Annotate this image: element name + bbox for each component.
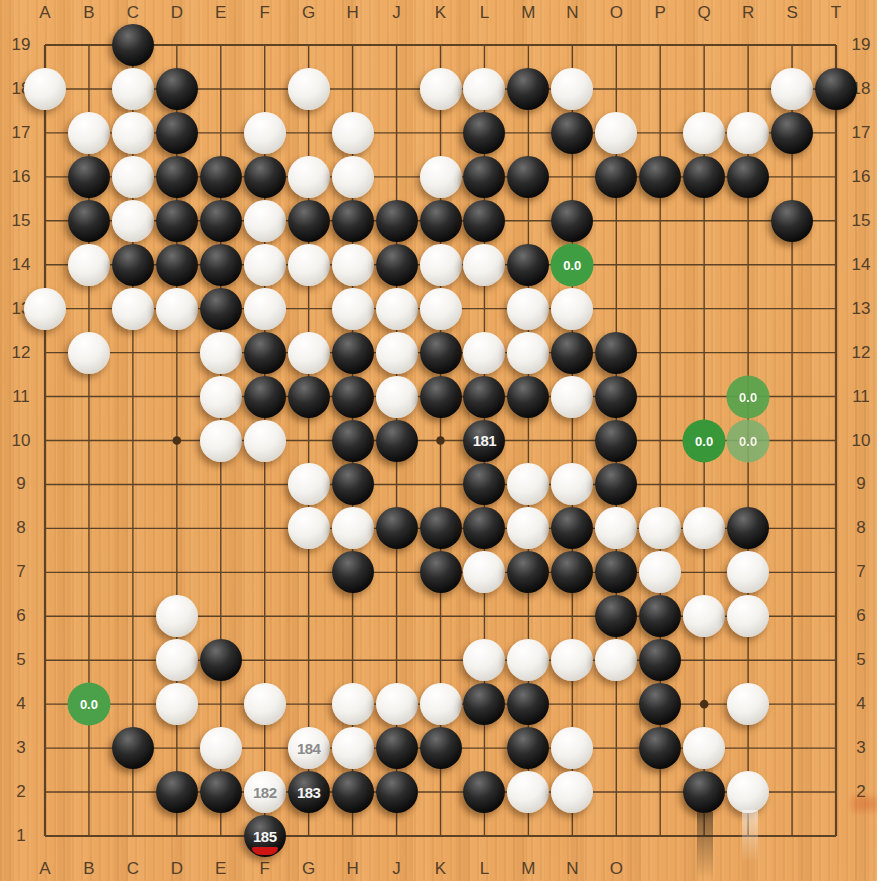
black-stone: [507, 376, 549, 418]
black-stone: [463, 771, 505, 813]
white-stone: [727, 595, 769, 637]
white-stone: [463, 551, 505, 593]
black-stone: [683, 156, 725, 198]
col-label-top: O: [610, 3, 623, 23]
row-label-right: 11: [852, 387, 870, 407]
move-number-label: 183: [297, 785, 321, 800]
col-label-top: S: [786, 3, 797, 23]
suggested-move-marker[interactable]: 0.0: [727, 419, 770, 462]
black-stone: [200, 200, 242, 242]
black-stone: [200, 244, 242, 286]
black-stone: [288, 376, 330, 418]
col-label-bottom: O: [610, 859, 623, 879]
row-label-left: 4: [16, 694, 25, 714]
row-label-right: 4: [856, 694, 865, 714]
white-stone: [200, 420, 242, 462]
black-stone: [156, 771, 198, 813]
white-stone: [507, 332, 549, 374]
move-number-label: 184: [297, 741, 321, 756]
black-stone: [595, 595, 637, 637]
white-stone: [112, 156, 154, 198]
black-stone: [507, 727, 549, 769]
black-stone: [288, 200, 330, 242]
row-label-left: 16: [12, 167, 31, 187]
black-stone: [507, 683, 549, 725]
row-label-left: 11: [12, 387, 30, 407]
white-stone: [156, 683, 198, 725]
move-181-stone: 181: [463, 420, 505, 462]
black-stone: [507, 551, 549, 593]
black-stone: [376, 507, 418, 549]
row-label-left: 14: [12, 255, 31, 275]
col-label-bottom: B: [83, 859, 94, 879]
black-stone: [200, 639, 242, 681]
black-stone: [332, 551, 374, 593]
col-label-bottom: J: [392, 859, 401, 879]
black-stone: [551, 332, 593, 374]
white-stone: [595, 507, 637, 549]
white-stone: [24, 68, 66, 110]
black-stone: [507, 244, 549, 286]
white-stone: [112, 112, 154, 154]
black-stone: [332, 332, 374, 374]
white-stone: [376, 376, 418, 418]
move-number-label: 185: [253, 829, 277, 844]
black-stone: [156, 112, 198, 154]
black-stone: [376, 244, 418, 286]
white-stone: [244, 200, 286, 242]
white-stone: [68, 244, 110, 286]
white-stone: [332, 156, 374, 198]
white-stone: [551, 771, 593, 813]
white-stone: [639, 507, 681, 549]
col-label-top: D: [171, 3, 183, 23]
black-stone: [156, 68, 198, 110]
white-stone: [551, 288, 593, 330]
black-stone: [376, 420, 418, 462]
row-label-left: 15: [12, 211, 31, 231]
white-stone: [244, 288, 286, 330]
black-stone: [771, 200, 813, 242]
row-label-left: 3: [16, 738, 25, 758]
white-stone: [288, 463, 330, 505]
row-label-left: 10: [12, 431, 31, 451]
black-stone: [595, 551, 637, 593]
white-stone: [595, 112, 637, 154]
col-label-bottom: G: [302, 859, 315, 879]
white-stone: [683, 595, 725, 637]
white-stone: [288, 244, 330, 286]
white-stone: [683, 727, 725, 769]
row-label-right: 14: [852, 255, 871, 275]
black-stone: [463, 112, 505, 154]
white-stone: [420, 156, 462, 198]
black-stone: [420, 727, 462, 769]
black-stone: [332, 771, 374, 813]
white-stone: [727, 551, 769, 593]
black-stone: [112, 727, 154, 769]
last-move-red-marker: [252, 847, 278, 855]
row-label-right: 10: [852, 431, 871, 451]
black-stone: [551, 200, 593, 242]
col-label-top: G: [302, 3, 315, 23]
white-stone: [551, 376, 593, 418]
white-stone: [420, 288, 462, 330]
col-label-top: L: [480, 3, 489, 23]
col-label-bottom: E: [215, 859, 226, 879]
white-stone: [288, 156, 330, 198]
move-number-label: 181: [473, 433, 497, 448]
white-stone: [112, 200, 154, 242]
white-stone: [507, 507, 549, 549]
white-stone: [288, 507, 330, 549]
white-stone: [639, 551, 681, 593]
row-label-left: 9: [16, 474, 25, 494]
white-stone: [551, 639, 593, 681]
white-stone: [551, 68, 593, 110]
row-label-left: 17: [12, 123, 31, 143]
row-label-right: 3: [856, 738, 865, 758]
black-stone: [244, 156, 286, 198]
black-stone: [815, 68, 857, 110]
white-stone: [771, 68, 813, 110]
black-stone: [463, 376, 505, 418]
white-stone: [288, 68, 330, 110]
white-stone: [200, 332, 242, 374]
col-label-top: M: [521, 3, 535, 23]
row-label-right: 5: [856, 650, 865, 670]
row-label-left: 7: [16, 562, 25, 582]
black-stone: [332, 463, 374, 505]
white-stone: [332, 507, 374, 549]
col-label-top: Q: [698, 3, 711, 23]
white-stone: [683, 507, 725, 549]
black-stone: [595, 463, 637, 505]
suggested-move-marker[interactable]: 0.0: [67, 683, 110, 726]
black-stone: [332, 376, 374, 418]
black-stone: [727, 507, 769, 549]
white-stone: [156, 639, 198, 681]
black-stone: [376, 727, 418, 769]
col-label-top: B: [83, 3, 94, 23]
black-stone: [639, 639, 681, 681]
col-label-bottom: K: [435, 859, 446, 879]
col-label-top: K: [435, 3, 446, 23]
col-label-bottom: D: [171, 859, 183, 879]
row-label-left: 1: [16, 826, 25, 846]
white-stone: [551, 463, 593, 505]
black-stone: [156, 244, 198, 286]
white-stone: [463, 68, 505, 110]
white-stone: [551, 727, 593, 769]
white-stone: [507, 639, 549, 681]
col-label-top: N: [566, 3, 578, 23]
white-stone: [420, 244, 462, 286]
black-stone: [332, 200, 374, 242]
row-label-right: 12: [852, 343, 871, 363]
black-stone: [376, 200, 418, 242]
black-stone: [507, 68, 549, 110]
white-stone: [507, 463, 549, 505]
white-stone: [332, 683, 374, 725]
col-label-bottom: C: [127, 859, 139, 879]
col-label-bottom: L: [480, 859, 489, 879]
black-stone: [332, 420, 374, 462]
white-stone: [244, 420, 286, 462]
black-stone: [244, 376, 286, 418]
col-label-top: H: [346, 3, 358, 23]
move-183-stone: 183: [288, 771, 330, 813]
white-stone: [376, 332, 418, 374]
row-label-left: 12: [12, 343, 31, 363]
row-label-right: 17: [852, 123, 871, 143]
col-label-top: E: [215, 3, 226, 23]
white-stone: [68, 332, 110, 374]
white-stone: [727, 771, 769, 813]
row-label-right: 13: [852, 299, 871, 319]
white-stone: [200, 376, 242, 418]
row-label-right: 15: [852, 211, 871, 231]
col-label-top: C: [127, 3, 139, 23]
row-label-right: 8: [856, 518, 865, 538]
black-stone: [551, 507, 593, 549]
black-stone: [68, 200, 110, 242]
move-number-label: 182: [253, 785, 277, 800]
row-label-left: 6: [16, 606, 25, 626]
black-stone: [683, 771, 725, 813]
black-stone: [639, 156, 681, 198]
black-stone: [156, 200, 198, 242]
row-label-right: 9: [856, 474, 865, 494]
white-stone: [727, 683, 769, 725]
black-stone: [463, 683, 505, 725]
col-label-top: R: [742, 3, 754, 23]
row-label-left: 2: [16, 782, 25, 802]
move-184-stone: 184: [288, 727, 330, 769]
row-label-left: 5: [16, 650, 25, 670]
black-stone: [639, 727, 681, 769]
white-stone: [683, 112, 725, 154]
white-stone: [112, 68, 154, 110]
black-stone: [595, 376, 637, 418]
white-stone: [332, 288, 374, 330]
row-label-right: 19: [852, 35, 871, 55]
black-stone: [507, 156, 549, 198]
row-label-right: 2: [856, 782, 865, 802]
white-stone: [420, 683, 462, 725]
black-stone: [639, 595, 681, 637]
black-stone: [639, 683, 681, 725]
white-stone: [420, 68, 462, 110]
black-stone: [420, 376, 462, 418]
white-stone: [200, 727, 242, 769]
white-stone: [332, 727, 374, 769]
col-label-bottom: H: [346, 859, 358, 879]
white-stone: [244, 112, 286, 154]
move-185-stone: 185: [244, 815, 286, 857]
black-stone: [68, 156, 110, 198]
row-label-right: 16: [852, 167, 871, 187]
black-stone: [463, 463, 505, 505]
col-label-top: F: [260, 3, 270, 23]
white-stone: [244, 244, 286, 286]
black-stone: [727, 156, 769, 198]
black-stone: [200, 156, 242, 198]
black-stone: [420, 551, 462, 593]
white-stone: [595, 639, 637, 681]
white-stone: [68, 112, 110, 154]
suggested-move-marker[interactable]: 0.0: [727, 375, 770, 418]
black-stone: [420, 507, 462, 549]
white-stone: [463, 244, 505, 286]
black-stone: [156, 156, 198, 198]
white-stone: [376, 683, 418, 725]
black-stone: [595, 156, 637, 198]
col-label-top: T: [831, 3, 841, 23]
black-stone: [463, 200, 505, 242]
black-stone: [112, 24, 154, 66]
black-stone: [112, 244, 154, 286]
black-stone: [420, 332, 462, 374]
go-board[interactable]: ABCDEFGHJKLMNOPQRSTABCDEFGHJKLMNO1918171…: [0, 0, 877, 881]
white-stone: [156, 288, 198, 330]
white-stone: [112, 288, 154, 330]
move-182-stone: 182: [244, 771, 286, 813]
white-stone: [463, 332, 505, 374]
white-stone: [507, 288, 549, 330]
col-label-top: P: [655, 3, 666, 23]
col-label-top: J: [392, 3, 401, 23]
white-stone: [24, 288, 66, 330]
black-stone: [200, 288, 242, 330]
black-stone: [376, 771, 418, 813]
white-stone: [727, 112, 769, 154]
suggested-move-marker[interactable]: 0.0: [551, 243, 594, 286]
row-label-left: 19: [12, 35, 31, 55]
col-label-bottom: F: [260, 859, 270, 879]
white-stone: [507, 771, 549, 813]
black-stone: [771, 112, 813, 154]
black-stone: [551, 551, 593, 593]
black-stone: [420, 200, 462, 242]
row-label-right: 7: [856, 562, 865, 582]
white-stone: [376, 288, 418, 330]
black-stone: [200, 771, 242, 813]
white-stone: [244, 683, 286, 725]
black-stone: [244, 332, 286, 374]
white-stone: [156, 595, 198, 637]
black-stone: [463, 507, 505, 549]
col-label-bottom: M: [521, 859, 535, 879]
black-stone: [463, 156, 505, 198]
col-label-top: A: [39, 3, 50, 23]
col-label-bottom: N: [566, 859, 578, 879]
black-stone: [551, 112, 593, 154]
row-label-right: 6: [856, 606, 865, 626]
white-stone: [288, 332, 330, 374]
row-label-left: 8: [16, 518, 25, 538]
black-stone: [595, 332, 637, 374]
white-stone: [332, 112, 374, 154]
white-stone: [463, 639, 505, 681]
black-stone: [595, 420, 637, 462]
white-stone: [332, 244, 374, 286]
col-label-bottom: A: [39, 859, 50, 879]
suggested-move-marker[interactable]: 0.0: [683, 419, 726, 462]
